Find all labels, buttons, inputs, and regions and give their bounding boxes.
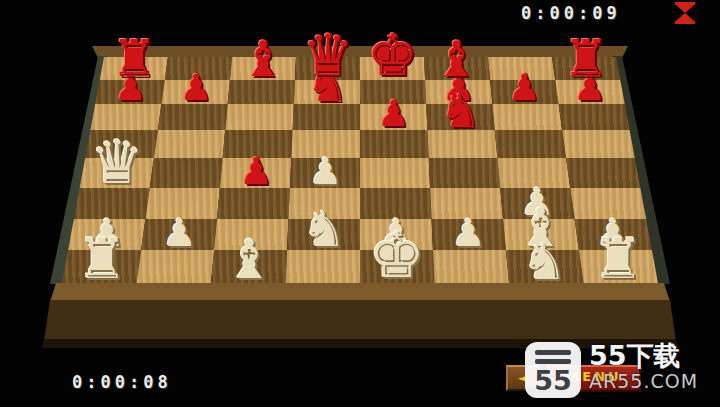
hourglass-icon [674,2,696,24]
piece-white-pawn-d4[interactable]: ♟ [287,153,363,190]
red-clock: 0:00:09 [521,3,621,23]
piece-white-pawn-f2[interactable]: ♟ [430,214,506,252]
watermark-55-logo-icon: 55 [525,342,581,398]
piece-white-queen-a4[interactable]: ♛ [79,132,155,192]
piece-white-rook-h1[interactable]: ♜ [580,231,656,287]
piece-white-knight-d2[interactable]: ♞ [286,205,362,254]
piece-white-knight-g1[interactable]: ♞ [506,237,582,287]
piece-white-pawn-b2[interactable]: ♟ [141,214,217,252]
piece-white-king-e1[interactable]: ♚ [359,224,435,287]
game-scene: ♜♝♛♚♝♜♟♟♞♟♟♟♟♞♛♟♟♟♟♟♞♟♟♝♟♜♝♚♞♜ 0:00:09 0… [0,0,720,407]
piece-white-bishop-c1[interactable]: ♝ [211,233,287,287]
piece-red-bishop-f8[interactable]: ♝ [419,35,495,84]
piece-red-pawn-b7[interactable]: ♟ [158,70,234,106]
piece-white-rook-a1[interactable]: ♜ [64,231,140,287]
piece-red-knight-f6[interactable]: ♞ [422,88,498,134]
watermark: 55 55下载 AR55.COM [525,342,698,398]
watermark-site-url: AR55.COM [589,370,698,392]
white-clock: 0:00:08 [72,372,172,392]
watermark-site-name: 55下载 [589,342,698,370]
piece-red-pawn-c4[interactable]: ♟ [218,153,294,190]
piece-red-pawn-e6[interactable]: ♟ [355,96,431,132]
